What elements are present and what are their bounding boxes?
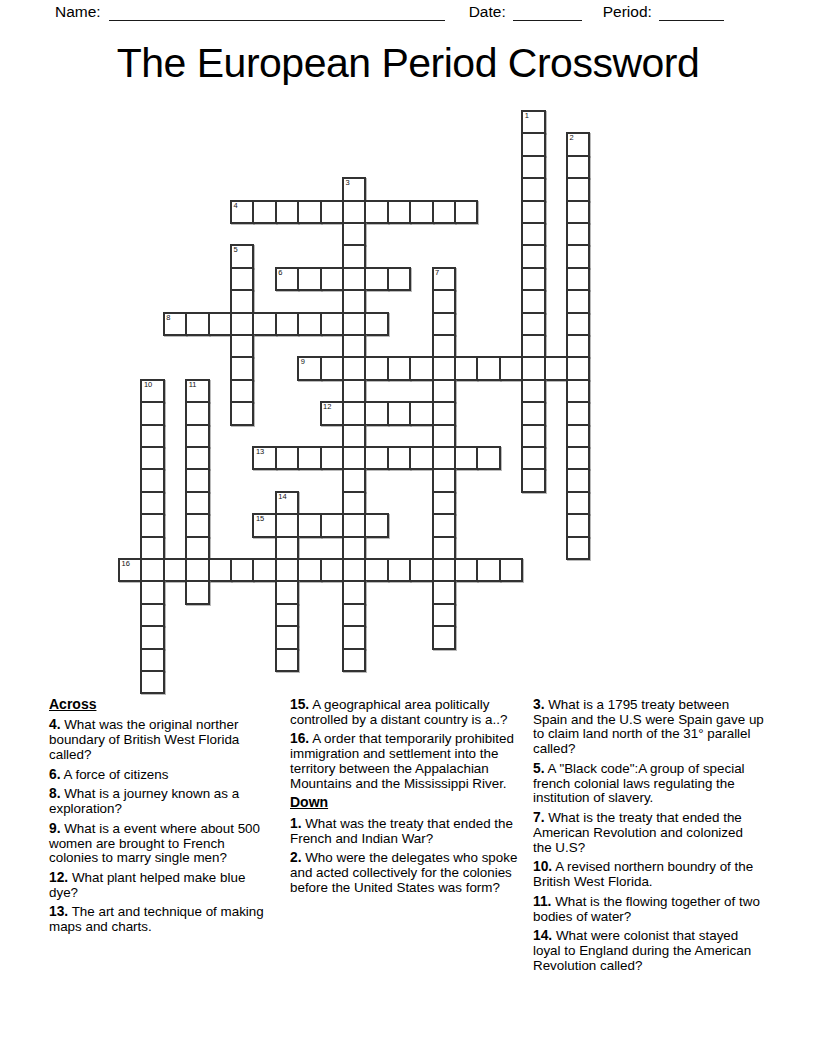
grid-cell-r3c20[interactable]	[566, 177, 590, 201]
grid-cell-r18c20[interactable]	[566, 513, 590, 537]
grid-cell-r18c14[interactable]	[432, 513, 456, 537]
grid-cell-r7c8[interactable]	[297, 267, 321, 291]
grid-cell-r16c20[interactable]	[566, 468, 590, 492]
cell-number-12: 12	[323, 402, 331, 411]
grid-cell-r20c3[interactable]	[185, 558, 209, 582]
crossword-grid: 12345678910111213141516	[118, 110, 591, 695]
grid-cell-r9c5[interactable]	[230, 312, 254, 336]
grid-cell-r14c20[interactable]	[566, 424, 590, 448]
grid-cell-r10c18[interactable]	[521, 334, 545, 358]
grid-cell-r15c20[interactable]	[566, 446, 590, 470]
worksheet-page: Name: Date: Period: The European Period …	[0, 0, 816, 1056]
grid-cell-r11c19[interactable]	[544, 356, 568, 380]
grid-cell-r18c9[interactable]	[320, 513, 344, 537]
grid-cell-r16c14[interactable]	[432, 468, 456, 492]
grid-cell-r11c14[interactable]	[432, 356, 456, 380]
clue-13: 13. The art and technique of making maps…	[49, 904, 273, 934]
grid-cell-r4c8[interactable]	[297, 200, 321, 224]
name-label: Name:	[55, 3, 101, 21]
grid-cell-r10c14[interactable]	[432, 334, 456, 358]
grid-cell-r13c12[interactable]	[387, 401, 411, 425]
clue-column-middle: 15. A geographical area politically cont…	[290, 697, 528, 899]
grid-cell-r15c12[interactable]	[387, 446, 411, 470]
grid-cell-r15c13[interactable]	[409, 446, 433, 470]
clue-6: 6. A force of citizens	[49, 767, 273, 783]
grid-cell-r7c20[interactable]	[566, 267, 590, 291]
grid-cell-r15c3[interactable]	[185, 446, 209, 470]
name-input-line[interactable]	[109, 5, 445, 21]
grid-cell-r3c10[interactable]: 3	[342, 177, 366, 201]
clue-8: 8. What is a journey known as a explorat…	[49, 786, 273, 816]
grid-cell-r13c11[interactable]	[364, 401, 388, 425]
grid-cell-r14c14[interactable]	[432, 424, 456, 448]
grid-cell-r13c10[interactable]	[342, 401, 366, 425]
grid-cell-r21c14[interactable]	[432, 580, 456, 604]
grid-cell-r4c11[interactable]	[364, 200, 388, 224]
grid-cell-r9c18[interactable]	[521, 312, 545, 336]
grid-cell-r13c3[interactable]	[185, 401, 209, 425]
clue-number-label: 7.	[533, 810, 545, 825]
grid-cell-r18c10[interactable]	[342, 513, 366, 537]
grid-cell-r19c20[interactable]	[566, 536, 590, 560]
grid-cell-r6c20[interactable]	[566, 244, 590, 268]
grid-cell-r15c14[interactable]	[432, 446, 456, 470]
clue-4: 4. What was the original norther boundar…	[49, 717, 273, 762]
grid-cell-r11c8[interactable]: 9	[297, 356, 321, 380]
grid-cell-r10c20[interactable]	[566, 334, 590, 358]
grid-cell-r16c3[interactable]	[185, 468, 209, 492]
grid-cell-r22c1[interactable]	[140, 603, 164, 627]
grid-cell-r7c18[interactable]	[521, 267, 545, 291]
clue-number-label: 12.	[49, 870, 68, 885]
grid-cell-r17c20[interactable]	[566, 491, 590, 515]
grid-cell-r11c20[interactable]	[566, 356, 590, 380]
clue-number-label: 3.	[533, 697, 545, 712]
grid-cell-r11c5[interactable]	[230, 356, 254, 380]
grid-cell-r20c4[interactable]	[208, 558, 232, 582]
grid-cell-r20c9[interactable]	[320, 558, 344, 582]
grid-cell-r24c7[interactable]	[275, 648, 299, 672]
header-row: Name: Date: Period:	[55, 3, 755, 21]
grid-cell-r2c20[interactable]	[566, 155, 590, 179]
clue-number-label: 2.	[290, 850, 302, 865]
grid-cell-r7c14[interactable]: 7	[432, 267, 456, 291]
grid-cell-r8c20[interactable]	[566, 289, 590, 313]
grid-cell-r23c10[interactable]	[342, 625, 366, 649]
grid-cell-r13c20[interactable]	[566, 401, 590, 425]
cell-number-2: 2	[570, 133, 574, 142]
grid-cell-r17c7[interactable]: 14	[275, 491, 299, 515]
grid-cell-r4c10[interactable]	[342, 200, 366, 224]
clue-number-label: 8.	[49, 786, 61, 801]
grid-cell-r19c1[interactable]	[140, 536, 164, 560]
grid-cell-r6c5[interactable]: 5	[230, 244, 254, 268]
grid-cell-r11c18[interactable]	[521, 356, 545, 380]
grid-cell-r4c12[interactable]	[387, 200, 411, 224]
grid-cell-r17c14[interactable]	[432, 491, 456, 515]
grid-cell-r11c10[interactable]	[342, 356, 366, 380]
grid-cell-r8c18[interactable]	[521, 289, 545, 313]
page-title: The European Period Crossword	[0, 40, 816, 87]
grid-cell-r5c10[interactable]	[342, 222, 366, 246]
grid-cell-r4c14[interactable]	[432, 200, 456, 224]
grid-cell-r20c0[interactable]: 16	[118, 558, 142, 582]
clue-number-label: 16.	[290, 731, 309, 746]
cell-number-3: 3	[346, 178, 350, 187]
clue-number-label: 9.	[49, 821, 61, 836]
grid-cell-r10c10[interactable]	[342, 334, 366, 358]
grid-cell-r7c10[interactable]	[342, 267, 366, 291]
grid-cell-r16c18[interactable]	[521, 468, 545, 492]
clue-14: 14. What were colonist that stayed loyal…	[533, 928, 765, 973]
grid-cell-r11c12[interactable]	[387, 356, 411, 380]
grid-cell-r4c18[interactable]	[521, 200, 545, 224]
clues-section-header-across: Across	[49, 697, 273, 712]
grid-cell-r9c6[interactable]	[252, 312, 276, 336]
clue-12: 12. What plant helped make blue dye?	[49, 870, 273, 900]
cell-number-5: 5	[234, 245, 238, 254]
grid-cell-r8c5[interactable]	[230, 289, 254, 313]
grid-cell-r12c14[interactable]	[432, 379, 456, 403]
grid-cell-r13c14[interactable]	[432, 401, 456, 425]
grid-cell-r21c7[interactable]	[275, 580, 299, 604]
grid-cell-r9c4[interactable]	[208, 312, 232, 336]
clue-16: 16. A order that temporarily prohibited …	[290, 731, 528, 791]
clue-11: 11. What is the flowing together of two …	[533, 894, 765, 924]
grid-cell-r18c11[interactable]	[364, 513, 388, 537]
grid-cell-r4c7[interactable]	[275, 200, 299, 224]
grid-cell-r11c11[interactable]	[364, 356, 388, 380]
clue-15: 15. A geographical area politically cont…	[290, 697, 528, 727]
grid-cell-r11c17[interactable]	[499, 356, 523, 380]
grid-cell-r9c14[interactable]	[432, 312, 456, 336]
grid-cell-r19c3[interactable]	[185, 536, 209, 560]
cell-number-6: 6	[278, 268, 282, 277]
grid-cell-r18c8[interactable]	[297, 513, 321, 537]
grid-cell-r15c1[interactable]	[140, 446, 164, 470]
grid-cell-r15c15[interactable]	[454, 446, 478, 470]
grid-cell-r11c9[interactable]	[320, 356, 344, 380]
grid-cell-r20c5[interactable]	[230, 558, 254, 582]
grid-cell-r1c20[interactable]: 2	[566, 132, 590, 156]
grid-cell-r15c6[interactable]: 13	[252, 446, 276, 470]
clue-number-label: 15.	[290, 697, 309, 712]
cell-number-11: 11	[189, 380, 197, 389]
grid-cell-r1c18[interactable]	[521, 132, 545, 156]
grid-cell-r13c1[interactable]	[140, 401, 164, 425]
grid-cell-r4c20[interactable]	[566, 200, 590, 224]
grid-cell-r9c20[interactable]	[566, 312, 590, 336]
clue-number-label: 14.	[533, 928, 552, 943]
grid-cell-r24c1[interactable]	[140, 648, 164, 672]
cell-number-16: 16	[122, 559, 130, 568]
grid-cell-r23c1[interactable]	[140, 625, 164, 649]
grid-cell-r21c3[interactable]	[185, 580, 209, 604]
clues-section-header-down: Down	[290, 795, 528, 810]
grid-cell-r22c14[interactable]	[432, 603, 456, 627]
cell-number-7: 7	[435, 268, 439, 277]
grid-cell-r9c7[interactable]	[275, 312, 299, 336]
grid-cell-r16c1[interactable]	[140, 468, 164, 492]
grid-cell-r12c20[interactable]	[566, 379, 590, 403]
clue-number-label: 1.	[290, 816, 302, 831]
cell-number-10: 10	[144, 380, 152, 389]
grid-cell-r15c8[interactable]	[297, 446, 321, 470]
grid-cell-r4c6[interactable]	[252, 200, 276, 224]
grid-cell-r7c12[interactable]	[387, 267, 411, 291]
grid-cell-r8c14[interactable]	[432, 289, 456, 313]
clue-7: 7. What is the treaty that ended the Ame…	[533, 810, 765, 855]
grid-cell-r14c18[interactable]	[521, 424, 545, 448]
grid-cell-r20c8[interactable]	[297, 558, 321, 582]
grid-cell-r22c10[interactable]	[342, 603, 366, 627]
date-label: Date:	[469, 3, 506, 21]
grid-cell-r15c9[interactable]	[320, 446, 344, 470]
cell-number-15: 15	[256, 514, 264, 523]
grid-cell-r20c10[interactable]	[342, 558, 366, 582]
grid-cell-r9c3[interactable]	[185, 312, 209, 336]
grid-cell-r20c16[interactable]	[476, 558, 500, 582]
grid-cell-r9c10[interactable]	[342, 312, 366, 336]
grid-cell-r19c10[interactable]	[342, 536, 366, 560]
grid-cell-r15c10[interactable]	[342, 446, 366, 470]
grid-cell-r20c17[interactable]	[499, 558, 523, 582]
grid-cell-r9c9[interactable]	[320, 312, 344, 336]
grid-cell-r4c13[interactable]	[409, 200, 433, 224]
grid-cell-r9c8[interactable]	[297, 312, 321, 336]
grid-cell-r20c11[interactable]	[364, 558, 388, 582]
grid-cell-r13c13[interactable]	[409, 401, 433, 425]
grid-cell-r20c6[interactable]	[252, 558, 276, 582]
grid-cell-r4c9[interactable]	[320, 200, 344, 224]
grid-cell-r23c14[interactable]	[432, 625, 456, 649]
grid-cell-r7c7[interactable]: 6	[275, 267, 299, 291]
grid-cell-r20c13[interactable]	[409, 558, 433, 582]
clue-number-label: 11.	[533, 894, 551, 909]
grid-cell-r4c5[interactable]: 4	[230, 200, 254, 224]
clue-number-label: 6.	[49, 767, 61, 782]
clue-column-left: Across4. What was the original norther b…	[49, 697, 273, 939]
date-input-line[interactable]	[513, 5, 582, 21]
clue-10: 10. A revised northern boundry of the Br…	[533, 859, 765, 889]
grid-cell-r2c18[interactable]	[521, 155, 545, 179]
grid-cell-r15c7[interactable]	[275, 446, 299, 470]
grid-cell-r5c20[interactable]	[566, 222, 590, 246]
grid-cell-r12c3[interactable]: 11	[185, 379, 209, 403]
grid-cell-r17c1[interactable]	[140, 491, 164, 515]
grid-cell-r17c3[interactable]	[185, 491, 209, 515]
grid-cell-r20c12[interactable]	[387, 558, 411, 582]
grid-cell-r11c16[interactable]	[476, 356, 500, 380]
grid-cell-r25c1[interactable]	[140, 670, 164, 694]
cell-number-14: 14	[278, 492, 286, 501]
grid-cell-r24c10[interactable]	[342, 648, 366, 672]
grid-cell-r0c18[interactable]: 1	[521, 110, 545, 134]
grid-cell-r15c16[interactable]	[476, 446, 500, 470]
grid-cell-r12c5[interactable]	[230, 379, 254, 403]
grid-cell-r20c2[interactable]	[163, 558, 187, 582]
cell-number-8: 8	[166, 313, 170, 322]
clue-5: 5. A "Black code":A group of special fre…	[533, 761, 765, 806]
cell-number-13: 13	[256, 447, 264, 456]
grid-cell-r7c9[interactable]	[320, 267, 344, 291]
grid-cell-r18c1[interactable]	[140, 513, 164, 537]
grid-cell-r7c11[interactable]	[364, 267, 388, 291]
clue-3: 3. What is a 1795 treaty between Spain a…	[533, 697, 765, 757]
grid-cell-r21c10[interactable]	[342, 580, 366, 604]
clue-number-label: 5.	[533, 761, 545, 776]
grid-cell-r5c18[interactable]	[521, 222, 545, 246]
cell-number-9: 9	[301, 357, 305, 366]
grid-cell-r21c1[interactable]	[140, 580, 164, 604]
grid-cell-r18c6[interactable]: 15	[252, 513, 276, 537]
grid-cell-r12c1[interactable]: 10	[140, 379, 164, 403]
grid-cell-r13c18[interactable]	[521, 401, 545, 425]
cell-number-4: 4	[234, 201, 238, 210]
period-label: Period:	[603, 3, 652, 21]
grid-cell-r12c10[interactable]	[342, 379, 366, 403]
grid-cell-r18c7[interactable]	[275, 513, 299, 537]
grid-cell-r23c7[interactable]	[275, 625, 299, 649]
grid-cell-r22c7[interactable]	[275, 603, 299, 627]
grid-cell-r20c14[interactable]	[432, 558, 456, 582]
grid-cell-r9c11[interactable]	[364, 312, 388, 336]
clue-9: 9. What is a event where about 500 women…	[49, 821, 273, 866]
grid-cell-r6c18[interactable]	[521, 244, 545, 268]
grid-cell-r20c7[interactable]	[275, 558, 299, 582]
grid-cell-r14c3[interactable]	[185, 424, 209, 448]
grid-cell-r14c1[interactable]	[140, 424, 164, 448]
grid-cell-r11c15[interactable]	[454, 356, 478, 380]
grid-cell-r12c18[interactable]	[521, 379, 545, 403]
grid-cell-r15c18[interactable]	[521, 446, 545, 470]
grid-cell-r20c1[interactable]	[140, 558, 164, 582]
grid-cell-r6c10[interactable]	[342, 244, 366, 268]
grid-cell-r17c10[interactable]	[342, 491, 366, 515]
grid-cell-r8c10[interactable]	[342, 289, 366, 313]
grid-cell-r13c9[interactable]: 12	[320, 401, 344, 425]
grid-cell-r19c14[interactable]	[432, 536, 456, 560]
grid-cell-r14c10[interactable]	[342, 424, 366, 448]
grid-cell-r9c2[interactable]: 8	[163, 312, 187, 336]
grid-cell-r16c10[interactable]	[342, 468, 366, 492]
clue-number-label: 13.	[49, 904, 68, 919]
period-input-line[interactable]	[659, 5, 724, 21]
cell-number-1: 1	[525, 111, 529, 120]
grid-cell-r11c13[interactable]	[409, 356, 433, 380]
grid-cell-r10c5[interactable]	[230, 334, 254, 358]
grid-cell-r19c7[interactable]	[275, 536, 299, 560]
clue-number-label: 4.	[49, 717, 61, 732]
grid-cell-r3c18[interactable]	[521, 177, 545, 201]
clue-1: 1. What was the treaty that ended the Fr…	[290, 816, 528, 846]
clue-column-right: 3. What is a 1795 treaty between Spain a…	[533, 697, 765, 977]
clue-2: 2. Who were the delegates who spoke and …	[290, 850, 528, 895]
grid-cell-r4c15[interactable]	[454, 200, 478, 224]
grid-cell-r7c5[interactable]	[230, 267, 254, 291]
grid-cell-r18c3[interactable]	[185, 513, 209, 537]
grid-cell-r20c15[interactable]	[454, 558, 478, 582]
grid-cell-r13c5[interactable]	[230, 401, 254, 425]
clue-number-label: 10.	[533, 859, 552, 874]
grid-cell-r15c11[interactable]	[364, 446, 388, 470]
